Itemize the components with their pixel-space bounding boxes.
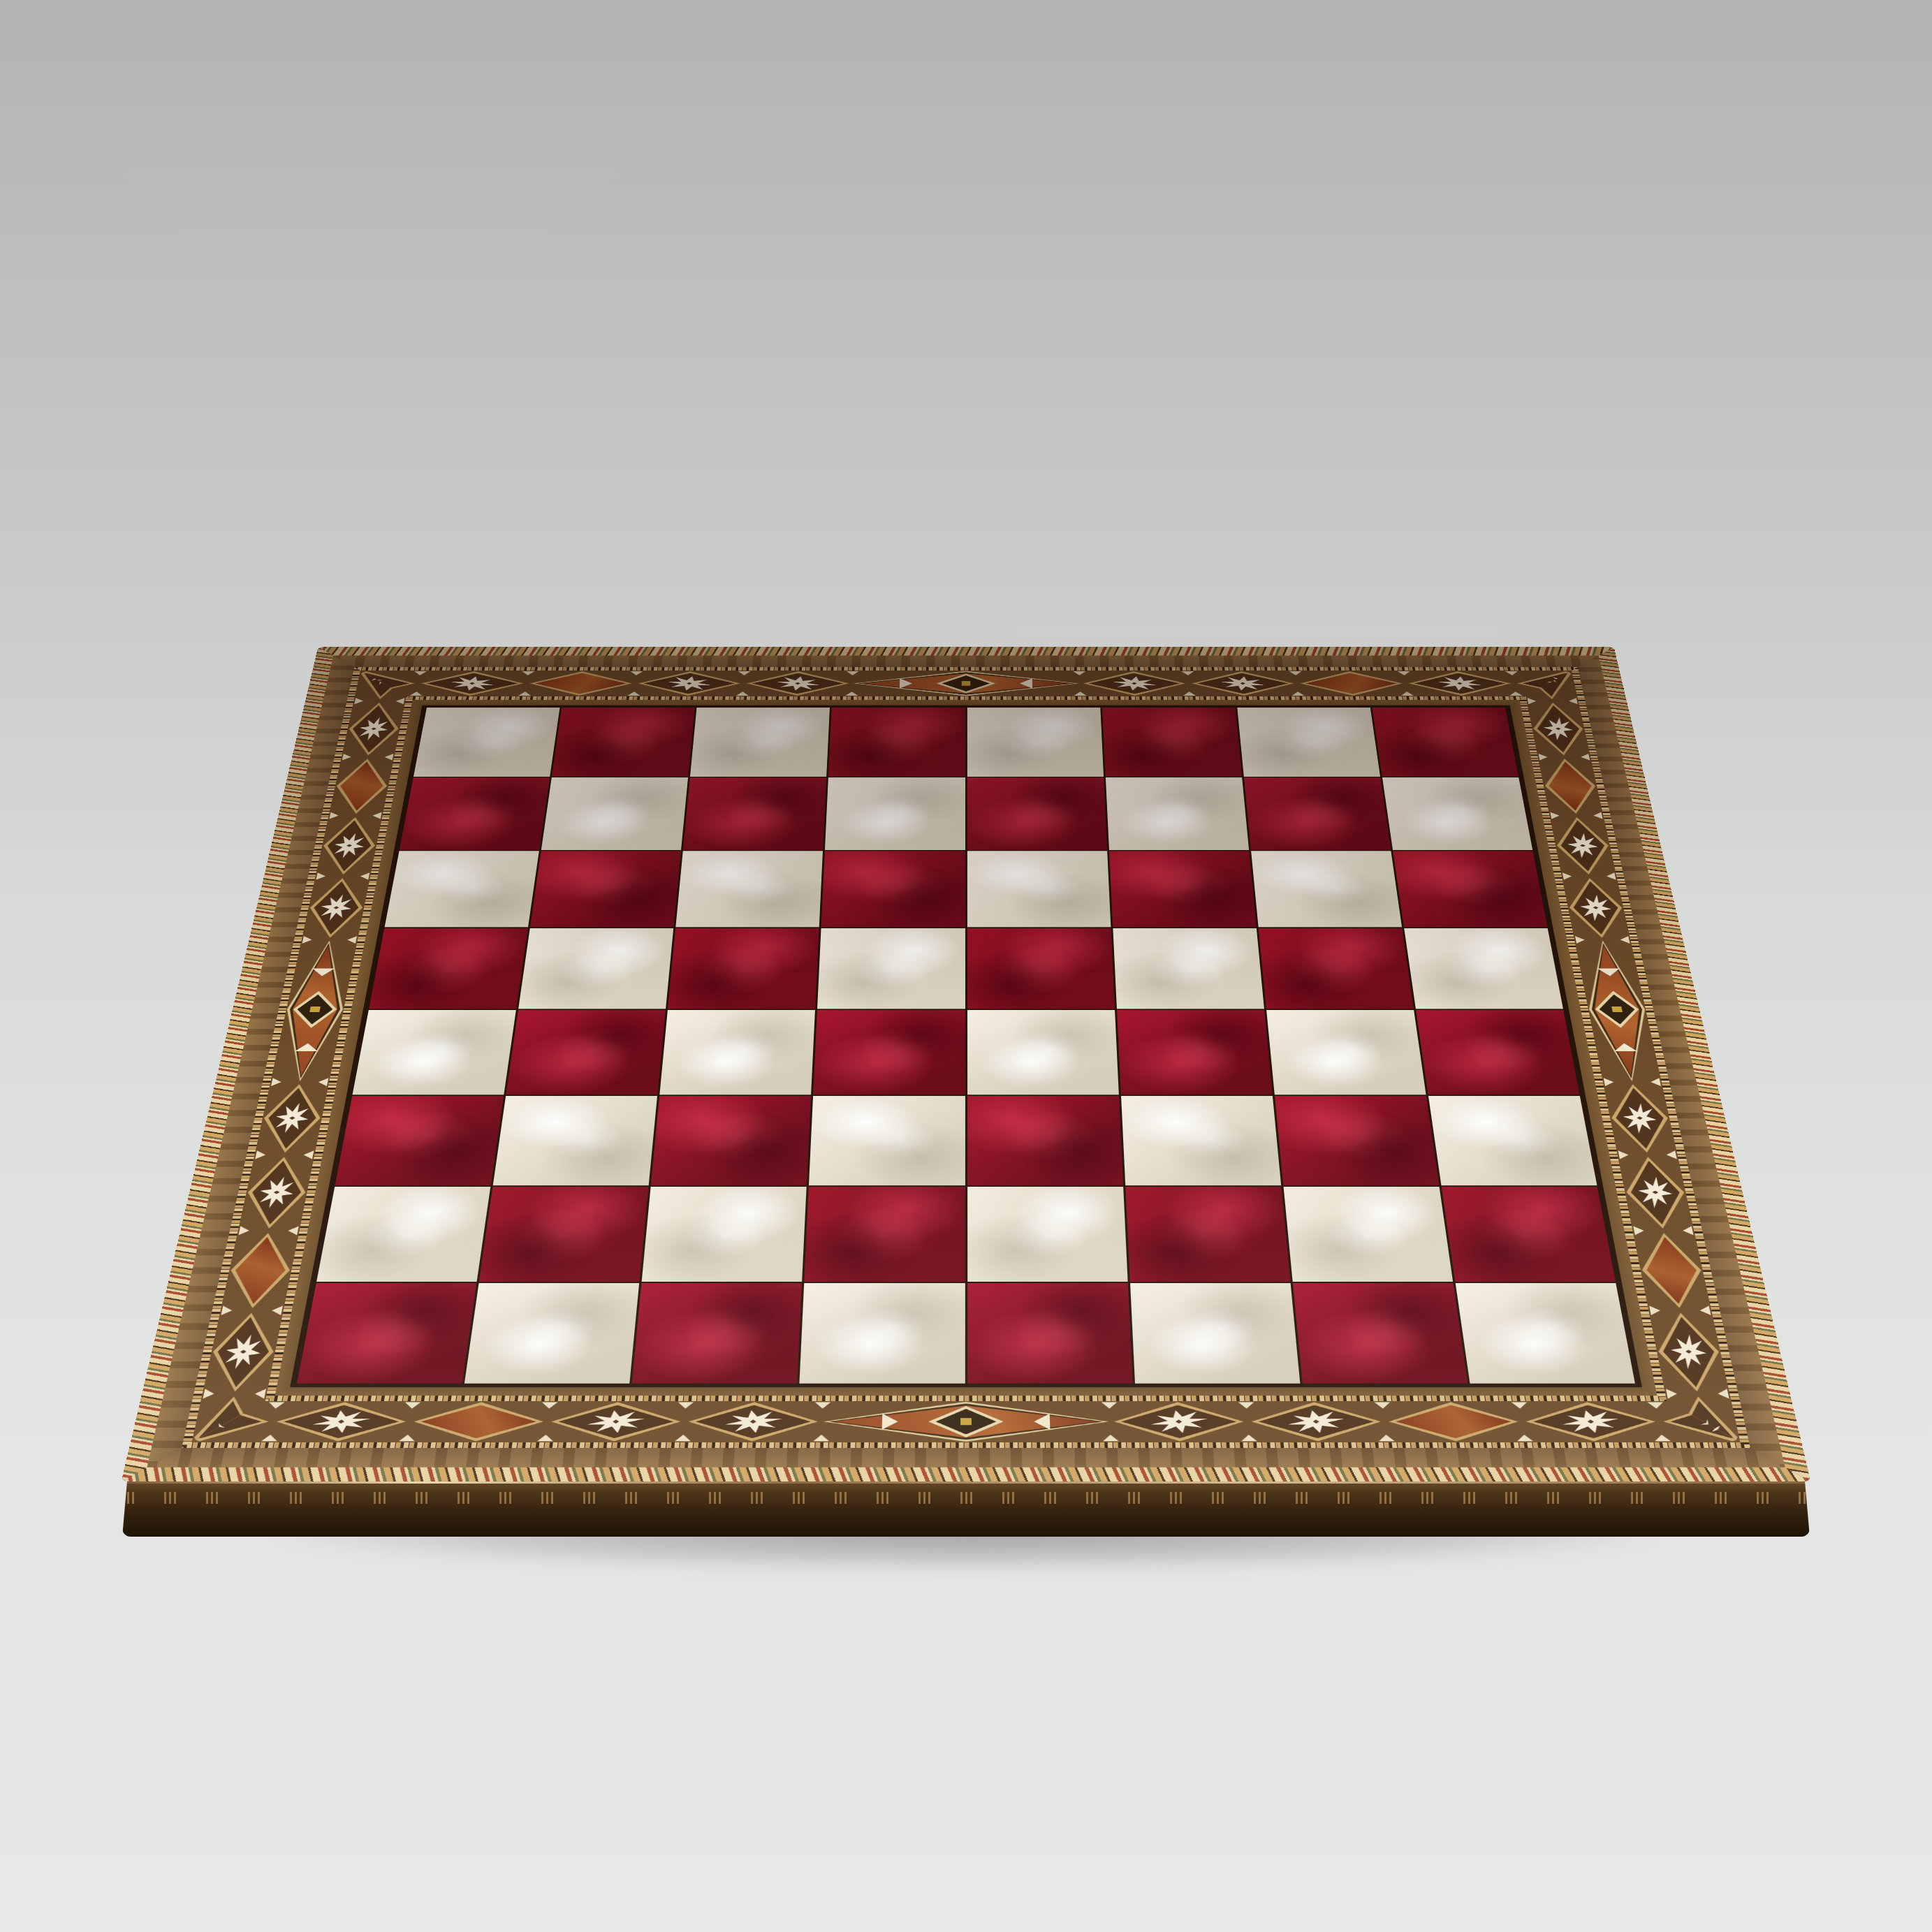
triangle-icon (1563, 872, 1573, 879)
triangle-icon (738, 671, 750, 675)
triangle-icon (813, 1435, 829, 1441)
mosaic-joint-triangles (1238, 1401, 1257, 1442)
triangle-icon (541, 1402, 557, 1408)
triangle-icon (360, 872, 370, 879)
mosaic-joint-triangles (201, 1389, 268, 1399)
mosaic-star-inlay (1246, 1401, 1387, 1442)
square-g8[interactable] (1237, 708, 1380, 777)
square-f7[interactable] (1106, 777, 1249, 850)
square-d6[interactable] (821, 851, 965, 928)
mosaic-joint-triangles (1602, 1078, 1662, 1086)
square-b1[interactable] (464, 1283, 639, 1384)
triangle-icon (346, 936, 357, 944)
triangle-icon (518, 691, 532, 696)
square-b5[interactable] (518, 928, 673, 1009)
square-a6[interactable] (385, 851, 539, 928)
mosaic-star-inlay (742, 671, 853, 696)
mosaic-band (131, 1401, 1801, 1442)
square-b3[interactable] (493, 1096, 657, 1185)
triangle-icon (845, 691, 858, 696)
triangle-icon (1665, 1150, 1676, 1159)
triangle-icon (287, 1227, 299, 1236)
mosaic-joint-triangles (736, 671, 751, 696)
square-e8[interactable] (967, 708, 1103, 777)
triangle-icon (1398, 671, 1411, 675)
medallion-triangle-icon (1034, 1414, 1050, 1430)
triangle-icon (1241, 1435, 1257, 1441)
square-b2[interactable] (479, 1187, 649, 1282)
square-h2[interactable] (1442, 1187, 1616, 1282)
triangle-icon (238, 1227, 250, 1236)
mosaic-star-inlay (1518, 1401, 1663, 1442)
square-d1[interactable] (800, 1283, 965, 1384)
mosaic-joint-triangles (1289, 671, 1305, 696)
board-top-face (121, 647, 1810, 1481)
square-b8[interactable] (552, 708, 695, 777)
square-c2[interactable] (642, 1187, 807, 1282)
mosaic-medallion-inlay (851, 671, 1081, 696)
mosaic-joint-triangles (301, 936, 358, 944)
medallion-gold-center (309, 1007, 321, 1012)
triangle-icon (1593, 812, 1602, 819)
mosaic-joint-triangles (341, 754, 395, 760)
square-g5[interactable] (1259, 928, 1414, 1009)
triangle-icon (302, 1150, 314, 1159)
mosaic-joint-triangles (1537, 754, 1591, 760)
triangle-icon (627, 691, 641, 696)
triangle-icon (537, 1435, 554, 1441)
medallion-triangle-icon (882, 1414, 898, 1430)
square-c6[interactable] (676, 851, 824, 928)
mosaic-joint-triangles (353, 698, 406, 704)
mosaic-wood-diamond-inlay (407, 1401, 550, 1442)
triangle-icon (1183, 691, 1195, 696)
triangle-icon (1378, 1435, 1395, 1441)
triangle-icon (1649, 1305, 1661, 1315)
mosaic-joint-triangles (254, 1150, 315, 1159)
mosaic-star-inlay (683, 1401, 823, 1442)
triangle-icon (1568, 698, 1578, 704)
square-a3[interactable] (335, 1096, 504, 1185)
mosaic-star-inlay (545, 1401, 686, 1442)
background-streak (126, 175, 615, 177)
triangle-icon (1516, 1435, 1533, 1441)
inner-walnut-strip (142, 1386, 1791, 1396)
square-f5[interactable] (1113, 928, 1264, 1009)
triangle-icon (1604, 1078, 1615, 1086)
square-d3[interactable] (809, 1096, 965, 1185)
square-e2[interactable] (967, 1187, 1128, 1282)
triangle-icon (1509, 691, 1523, 696)
mosaic-wood-diamond-inlay (1296, 671, 1407, 696)
square-f3[interactable] (1121, 1096, 1281, 1185)
triangle-icon (1103, 1435, 1119, 1441)
triangle-icon (318, 1078, 329, 1086)
mosaic-joint-triangles (813, 1401, 830, 1442)
triangle-icon (522, 671, 535, 675)
triangle-icon (329, 812, 339, 819)
medallion-triangle-icon (1613, 1043, 1637, 1051)
medallion-gold-center (1611, 1007, 1623, 1012)
triangle-icon (1375, 1402, 1391, 1408)
edge-inlay-dashes (122, 1492, 1810, 1504)
triangle-icon (261, 1435, 278, 1441)
medallion-triangle-icon (1597, 969, 1621, 976)
scene (0, 0, 1932, 1932)
triangle-icon (404, 1402, 421, 1408)
walnut-band (314, 656, 1619, 668)
mosaic-joint-triangles (1102, 1401, 1119, 1442)
mosaic-joint-triangles (328, 812, 383, 819)
mosaic-joint-triangles (1549, 812, 1604, 819)
square-h1[interactable] (1456, 1283, 1635, 1384)
square-g1[interactable] (1293, 1283, 1468, 1384)
triangle-icon (678, 1402, 694, 1408)
square-c5[interactable] (668, 928, 819, 1009)
square-a5[interactable] (369, 928, 528, 1009)
triangle-icon (316, 872, 326, 879)
mosaic-star-inlay (1403, 671, 1516, 696)
triangle-icon (736, 691, 749, 696)
medallion-triangle-icon (295, 1043, 320, 1051)
mosaic-joint-triangles (237, 1227, 300, 1236)
square-d8[interactable] (828, 708, 965, 777)
triangle-icon (342, 754, 352, 760)
frame-band-bottom (121, 1386, 1810, 1481)
triangle-icon (1650, 1078, 1661, 1086)
triangle-icon (1238, 1402, 1254, 1408)
mosaic-joint-triangles (1574, 936, 1631, 944)
mosaic-joint-triangles (1632, 1227, 1695, 1236)
square-h6[interactable] (1393, 851, 1547, 928)
mosaic-joint-triangles (1616, 1150, 1678, 1159)
triangle-icon (630, 671, 643, 675)
medallion-triangle-icon (900, 678, 912, 688)
triangle-icon (255, 1150, 266, 1159)
triangle-icon (1400, 691, 1414, 696)
triangle-icon (1289, 671, 1303, 675)
triangle-icon (271, 1305, 283, 1315)
square-a7[interactable] (400, 777, 550, 850)
square-c7[interactable] (683, 777, 826, 850)
triangle-icon (354, 698, 364, 704)
triangle-icon (302, 936, 313, 944)
board-front-edge (122, 1479, 1810, 1537)
square-h3[interactable] (1428, 1096, 1597, 1185)
square-c8[interactable] (690, 708, 830, 777)
square-b7[interactable] (541, 777, 688, 850)
mosaic-joint-triangles (675, 1401, 694, 1442)
triangle-icon (1528, 698, 1537, 704)
square-e6[interactable] (967, 851, 1111, 928)
square-h8[interactable] (1372, 708, 1518, 777)
square-h4[interactable] (1416, 1010, 1579, 1095)
mosaic-wood-diamond-inlay (525, 671, 636, 696)
square-h7[interactable] (1382, 777, 1532, 850)
square-e5[interactable] (967, 928, 1114, 1009)
triangle-icon (846, 671, 858, 675)
triangle-icon (414, 671, 427, 675)
triangle-icon (675, 1435, 691, 1441)
medallion-gold-center (962, 681, 971, 685)
square-b6[interactable] (530, 851, 681, 928)
triangle-icon (1291, 691, 1305, 696)
mosaic-joint-triangles (1526, 698, 1579, 704)
medallion-gold-center (960, 1418, 972, 1425)
square-b4[interactable] (506, 1010, 666, 1095)
square-d7[interactable] (825, 777, 965, 850)
medallion-triangle-icon (1020, 678, 1032, 688)
square-d5[interactable] (817, 928, 965, 1009)
triangle-icon (1633, 1227, 1645, 1236)
triangle-icon (1074, 691, 1087, 696)
triangle-icon (409, 691, 423, 696)
triangle-icon (221, 1305, 233, 1315)
triangle-icon (1654, 1435, 1671, 1441)
walnut-band (124, 1448, 1807, 1468)
square-a8[interactable] (414, 708, 560, 777)
triangle-icon (384, 754, 394, 760)
triangle-icon (1699, 1305, 1711, 1315)
chess-board (121, 647, 1810, 1481)
mosaic-joint-triangles (1181, 671, 1196, 696)
triangle-icon (1618, 1150, 1630, 1159)
triangle-icon (1648, 1402, 1664, 1408)
triangle-icon (1073, 671, 1085, 675)
triangle-icon (814, 1402, 830, 1408)
mosaic-joint-triangles (1664, 1389, 1731, 1399)
mosaic-joint-triangles (219, 1305, 284, 1315)
background-streak (1013, 629, 1502, 632)
triangle-icon (1666, 1389, 1678, 1399)
mosaic-joint-triangles (1073, 671, 1086, 696)
frame-band-top (304, 647, 1627, 706)
triangle-icon (1505, 671, 1518, 675)
mosaic-joint-triangles (314, 872, 371, 879)
triangle-icon (254, 1389, 265, 1399)
triangle-icon (372, 812, 381, 819)
triangle-icon (1102, 1402, 1118, 1408)
mosaic-star-inlay (634, 671, 745, 696)
stripe-inlay-band (121, 1468, 1810, 1482)
mosaic-medallion-inlay (821, 1401, 1111, 1442)
checkerboard (293, 706, 1639, 1386)
mosaic-star-inlay (1187, 671, 1298, 696)
triangle-icon (271, 1078, 282, 1086)
square-c1[interactable] (632, 1283, 802, 1384)
square-e3[interactable] (967, 1096, 1123, 1185)
square-a1[interactable] (297, 1283, 476, 1384)
square-a4[interactable] (353, 1010, 516, 1095)
square-c3[interactable] (651, 1096, 811, 1185)
square-g6[interactable] (1251, 851, 1402, 928)
mosaic-wood-diamond-inlay (1382, 1401, 1525, 1442)
square-g4[interactable] (1266, 1010, 1426, 1095)
mosaic-band (307, 671, 1626, 696)
square-e1[interactable] (967, 1283, 1133, 1384)
mosaic-joint-triangles (1561, 872, 1618, 879)
square-f2[interactable] (1125, 1187, 1290, 1282)
mosaic-joint-triangles (1648, 1305, 1713, 1315)
stripe-inlay-band (316, 647, 1616, 655)
triangle-icon (268, 1402, 284, 1408)
inner-walnut-strip (304, 700, 1627, 706)
square-a2[interactable] (316, 1187, 490, 1282)
square-h5[interactable] (1404, 928, 1563, 1009)
square-e7[interactable] (967, 777, 1106, 850)
square-g7[interactable] (1244, 777, 1391, 850)
mosaic-joint-triangles (845, 671, 858, 696)
triangle-icon (1539, 754, 1549, 760)
mosaic-star-inlay (1079, 671, 1190, 696)
square-f6[interactable] (1109, 851, 1257, 928)
square-f4[interactable] (1117, 1010, 1273, 1095)
square-d4[interactable] (814, 1010, 965, 1095)
mosaic-joint-triangles (270, 1078, 330, 1086)
square-f8[interactable] (1102, 708, 1242, 777)
triangle-icon (1511, 1402, 1528, 1408)
square-g2[interactable] (1283, 1187, 1453, 1282)
triangle-icon (203, 1389, 215, 1399)
mosaic-star-inlay (416, 671, 529, 696)
triangle-icon (1550, 812, 1560, 819)
ladder-inlay-strip (140, 1396, 1792, 1401)
mosaic-star-inlay (1109, 1401, 1249, 1442)
triangle-icon (395, 698, 405, 704)
triangle-icon (1619, 936, 1630, 944)
ladder-inlay-strip (129, 1442, 1803, 1448)
square-f1[interactable] (1130, 1283, 1300, 1384)
mosaic-joint-triangles (627, 671, 643, 696)
triangle-icon (399, 1435, 416, 1441)
square-g3[interactable] (1275, 1096, 1439, 1185)
square-d2[interactable] (805, 1187, 965, 1282)
medallion-triangle-icon (311, 969, 335, 976)
triangle-icon (1181, 671, 1194, 675)
triangle-icon (1682, 1227, 1694, 1236)
square-e4[interactable] (967, 1010, 1119, 1095)
triangle-icon (1580, 754, 1590, 760)
mosaic-star-inlay (269, 1401, 414, 1442)
triangle-icon (1606, 872, 1616, 879)
triangle-icon (1575, 936, 1586, 944)
triangle-icon (1717, 1389, 1729, 1399)
square-c4[interactable] (660, 1010, 816, 1095)
background-streak (182, 230, 545, 233)
